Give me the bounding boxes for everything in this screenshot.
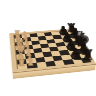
square xyxy=(80,57,91,63)
board-squares xyxy=(13,30,90,69)
chess-board: ♜♟♟♜♞♟♟♞♝♟♟♝♛♟♟♛♚♟♟♚♝♟♟♝♞♟♟♞♜♟♟♜ xyxy=(9,28,96,72)
square xyxy=(27,63,37,69)
chess-set-photo: ♜♟♟♜♞♟♟♞♝♟♟♝♛♟♟♛♚♟♟♚♝♟♟♝♞♟♟♞♜♟♟♜ xyxy=(0,0,96,96)
